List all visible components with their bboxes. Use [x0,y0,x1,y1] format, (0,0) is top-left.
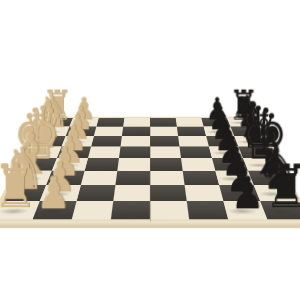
square-d3[interactable] [88,146,121,158]
square-f4[interactable] [115,171,150,185]
white-pawn-h2[interactable]: ♟ [37,171,70,216]
square-d4[interactable] [119,146,150,158]
square-e4[interactable] [117,158,150,171]
square-g4[interactable] [113,185,150,201]
square-e3[interactable] [85,158,119,171]
square-b5[interactable] [150,127,178,136]
square-h3[interactable] [72,201,114,219]
square-b4[interactable] [122,127,150,136]
square-c4[interactable] [121,136,150,146]
chess-board: ♜♟♟♜♞♟♟♞♝♟♟♝♛♟♟♛♚♟♟♚♝♟♟♝♞♟♟♞♜♟♟♜ [0,117,300,222]
black-rook-h8[interactable]: ♜ [263,156,300,216]
square-g6[interactable] [185,185,224,201]
square-f6[interactable] [183,171,219,185]
square-d6[interactable] [179,146,212,158]
square-f5[interactable] [150,171,185,185]
square-c3[interactable] [91,136,122,146]
square-f3[interactable] [81,171,117,185]
square-e5[interactable] [150,158,183,171]
square-a5[interactable] [150,118,177,127]
square-g3[interactable] [77,185,116,201]
square-c5[interactable] [150,136,179,146]
square-h4[interactable] [111,201,150,219]
square-g5[interactable] [150,185,187,201]
square-h2[interactable]: ♟ [33,201,77,219]
square-a6[interactable] [176,118,204,127]
photo-scene: ♜♟♟♜♞♟♟♞♝♟♟♝♛♟♟♛♚♟♟♚♝♟♟♝♞♟♟♞♜♟♟♜ [0,0,300,300]
square-b3[interactable] [94,127,123,136]
square-h5[interactable] [150,201,189,219]
square-e6[interactable] [181,158,215,171]
white-rook-h1[interactable]: ♜ [0,156,37,216]
square-a3[interactable] [96,118,124,127]
square-h6[interactable] [187,201,229,219]
square-h8[interactable]: ♜ [260,201,300,219]
square-c6[interactable] [178,136,209,146]
black-pawn-h7[interactable]: ♟ [230,171,263,216]
square-d5[interactable] [150,146,181,158]
square-b6[interactable] [177,127,206,136]
square-h7[interactable]: ♟ [223,201,267,219]
square-a4[interactable] [123,118,150,127]
